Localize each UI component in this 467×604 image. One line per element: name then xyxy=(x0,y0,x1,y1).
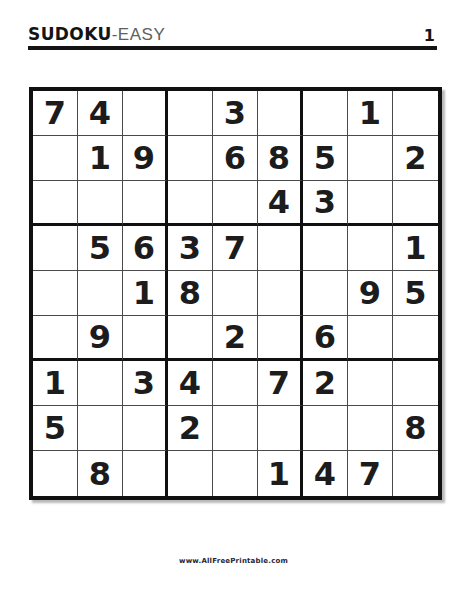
cell-r8c8 xyxy=(348,406,393,451)
cell-r6c6 xyxy=(258,316,303,361)
cell-r4c1 xyxy=(33,226,78,271)
cell-r4c5: 7 xyxy=(213,226,258,271)
cell-r9c5 xyxy=(213,451,258,496)
cell-r9c4 xyxy=(168,451,213,496)
cell-r1c5: 3 xyxy=(213,91,258,136)
cell-r7c5 xyxy=(213,361,258,406)
cell-r6c9 xyxy=(393,316,438,361)
cell-r1c7 xyxy=(303,91,348,136)
cell-r1c4 xyxy=(168,91,213,136)
sudoku-page: SUDOKU-EASY 1 74311968524356371189592613… xyxy=(0,24,467,500)
cell-r9c9 xyxy=(393,451,438,496)
cell-r1c9 xyxy=(393,91,438,136)
cell-r6c3 xyxy=(123,316,168,361)
cell-r8c2 xyxy=(78,406,123,451)
cell-r3c4 xyxy=(168,181,213,226)
cell-r2c2: 1 xyxy=(78,136,123,181)
footer-url: www.AllFreePrintable.com xyxy=(0,557,467,565)
cell-r1c6 xyxy=(258,91,303,136)
cell-r4c6 xyxy=(258,226,303,271)
cell-r4c9: 1 xyxy=(393,226,438,271)
cell-r3c3 xyxy=(123,181,168,226)
cell-r9c1 xyxy=(33,451,78,496)
cell-r5c2 xyxy=(78,271,123,316)
cell-r2c3: 9 xyxy=(123,136,168,181)
cell-r7c9 xyxy=(393,361,438,406)
cell-r6c8 xyxy=(348,316,393,361)
cell-r5c1 xyxy=(33,271,78,316)
cell-r3c6: 4 xyxy=(258,181,303,226)
cell-r1c3 xyxy=(123,91,168,136)
cell-r2c6: 8 xyxy=(258,136,303,181)
cell-r6c1 xyxy=(33,316,78,361)
cell-r1c8: 1 xyxy=(348,91,393,136)
cell-r1c1: 7 xyxy=(33,91,78,136)
cell-r6c7: 6 xyxy=(303,316,348,361)
cell-r6c4 xyxy=(168,316,213,361)
cell-r5c6 xyxy=(258,271,303,316)
cell-r8c5 xyxy=(213,406,258,451)
cell-r5c3: 1 xyxy=(123,271,168,316)
cell-r8c6 xyxy=(258,406,303,451)
cell-r3c7: 3 xyxy=(303,181,348,226)
cell-r7c3: 3 xyxy=(123,361,168,406)
cell-r7c1: 1 xyxy=(33,361,78,406)
cell-r5c5 xyxy=(213,271,258,316)
cell-r3c8 xyxy=(348,181,393,226)
cell-r4c3: 6 xyxy=(123,226,168,271)
cell-r2c4 xyxy=(168,136,213,181)
cell-r6c5: 2 xyxy=(213,316,258,361)
cell-r7c6: 7 xyxy=(258,361,303,406)
page-number: 1 xyxy=(424,26,437,45)
cell-r2c1 xyxy=(33,136,78,181)
cell-r5c8: 9 xyxy=(348,271,393,316)
cell-r2c8 xyxy=(348,136,393,181)
cell-r5c4: 8 xyxy=(168,271,213,316)
cell-r8c3 xyxy=(123,406,168,451)
cell-r3c9 xyxy=(393,181,438,226)
cell-r5c7 xyxy=(303,271,348,316)
cell-r3c5 xyxy=(213,181,258,226)
page-header: SUDOKU-EASY 1 xyxy=(28,24,437,50)
cell-r4c7 xyxy=(303,226,348,271)
cell-r4c2: 5 xyxy=(78,226,123,271)
cell-r8c1: 5 xyxy=(33,406,78,451)
cell-r8c4: 2 xyxy=(168,406,213,451)
cell-r3c1 xyxy=(33,181,78,226)
sudoku-grid: 743119685243563711895926134725288147 xyxy=(29,87,442,500)
page-title-bold: SUDOKU xyxy=(28,24,112,44)
cell-r7c8 xyxy=(348,361,393,406)
cell-r1c2: 4 xyxy=(78,91,123,136)
cell-r7c4: 4 xyxy=(168,361,213,406)
cell-r9c8: 7 xyxy=(348,451,393,496)
cell-r9c7: 4 xyxy=(303,451,348,496)
cell-r2c7: 5 xyxy=(303,136,348,181)
page-title: SUDOKU-EASY xyxy=(28,24,165,45)
cell-r3c2 xyxy=(78,181,123,226)
cell-r9c3 xyxy=(123,451,168,496)
cell-r4c4: 3 xyxy=(168,226,213,271)
cell-r2c5: 6 xyxy=(213,136,258,181)
page-title-difficulty: -EASY xyxy=(112,25,166,44)
cell-r2c9: 2 xyxy=(393,136,438,181)
cell-r5c9: 5 xyxy=(393,271,438,316)
cell-r9c6: 1 xyxy=(258,451,303,496)
cell-r8c7 xyxy=(303,406,348,451)
cell-r8c9: 8 xyxy=(393,406,438,451)
cell-r4c8 xyxy=(348,226,393,271)
cell-r6c2: 9 xyxy=(78,316,123,361)
cell-r9c2: 8 xyxy=(78,451,123,496)
grid-area: 743119685243563711895926134725288147 xyxy=(29,87,467,500)
cell-r7c7: 2 xyxy=(303,361,348,406)
cell-r7c2 xyxy=(78,361,123,406)
